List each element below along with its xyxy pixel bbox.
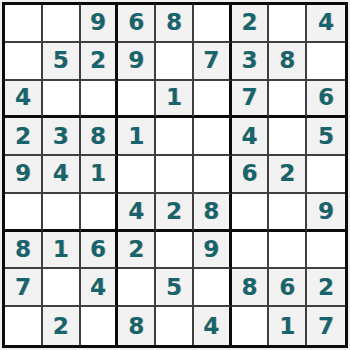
cell-r4c6[interactable] <box>194 118 232 156</box>
cell-r4c1[interactable]: 2 <box>5 118 43 156</box>
given-digit: 4 <box>53 162 69 185</box>
cell-r7c8[interactable] <box>269 232 307 270</box>
cell-r6c9[interactable]: 9 <box>307 194 345 232</box>
cell-r4c3[interactable]: 8 <box>81 118 119 156</box>
cell-r7c6[interactable]: 9 <box>194 232 232 270</box>
cell-r2c6[interactable]: 7 <box>194 43 232 81</box>
given-digit: 4 <box>242 125 258 148</box>
given-digit: 5 <box>53 49 69 72</box>
given-digit: 2 <box>15 125 31 148</box>
cell-r6c3[interactable] <box>81 194 119 232</box>
cell-r1c5[interactable]: 8 <box>156 5 194 43</box>
given-digit: 9 <box>90 11 106 34</box>
cell-r8c9[interactable]: 2 <box>307 269 345 307</box>
cell-r6c6[interactable]: 8 <box>194 194 232 232</box>
sudoku-board: 9682452973841762381459416242898162974586… <box>2 2 348 348</box>
given-digit: 7 <box>203 49 219 72</box>
cell-r3c8[interactable] <box>269 81 307 119</box>
cell-r8c1[interactable]: 7 <box>5 269 43 307</box>
cell-r2c9[interactable] <box>307 43 345 81</box>
cell-r2c5[interactable] <box>156 43 194 81</box>
cell-r3c3[interactable] <box>81 81 119 119</box>
cell-r4c4[interactable]: 1 <box>118 118 156 156</box>
given-digit: 5 <box>166 276 182 299</box>
cell-r7c9[interactable] <box>307 232 345 270</box>
given-digit: 6 <box>279 276 295 299</box>
cell-r3c1[interactable]: 4 <box>5 81 43 119</box>
cell-r5c1[interactable]: 9 <box>5 156 43 194</box>
cell-r9c3[interactable] <box>81 307 119 345</box>
cell-r2c4[interactable]: 9 <box>118 43 156 81</box>
given-digit: 4 <box>15 86 31 109</box>
sudoku-grid: 9682452973841762381459416242898162974586… <box>5 5 345 345</box>
cell-r4c9[interactable]: 5 <box>307 118 345 156</box>
cell-r7c2[interactable]: 1 <box>43 232 81 270</box>
given-digit: 2 <box>128 238 144 261</box>
cell-r2c3[interactable]: 2 <box>81 43 119 81</box>
cell-r7c1[interactable]: 8 <box>5 232 43 270</box>
given-digit: 9 <box>318 200 334 223</box>
cell-r7c4[interactable]: 2 <box>118 232 156 270</box>
cell-r3c9[interactable]: 6 <box>307 81 345 119</box>
given-digit: 4 <box>90 276 106 299</box>
given-digit: 2 <box>279 162 295 185</box>
cell-r2c7[interactable]: 3 <box>232 43 270 81</box>
given-digit: 1 <box>128 125 144 148</box>
given-digit: 8 <box>279 49 295 72</box>
cell-r5c2[interactable]: 4 <box>43 156 81 194</box>
given-digit: 6 <box>242 162 258 185</box>
cell-r6c5[interactable]: 2 <box>156 194 194 232</box>
cell-r9c2[interactable]: 2 <box>43 307 81 345</box>
cell-r7c5[interactable] <box>156 232 194 270</box>
cell-r5c9[interactable] <box>307 156 345 194</box>
cell-r3c4[interactable] <box>118 81 156 119</box>
cell-r9c9[interactable]: 7 <box>307 307 345 345</box>
given-digit: 8 <box>15 238 31 261</box>
cell-r4c2[interactable]: 3 <box>43 118 81 156</box>
cell-r8c2[interactable] <box>43 269 81 307</box>
cell-r1c8[interactable] <box>269 5 307 43</box>
given-digit: 1 <box>90 162 106 185</box>
given-digit: 9 <box>128 49 144 72</box>
cell-r8c5[interactable]: 5 <box>156 269 194 307</box>
given-digit: 4 <box>128 200 144 223</box>
cell-r2c2[interactable]: 5 <box>43 43 81 81</box>
cell-r2c8[interactable]: 8 <box>269 43 307 81</box>
given-digit: 8 <box>128 315 144 338</box>
cell-r5c5[interactable] <box>156 156 194 194</box>
cell-r1c6[interactable] <box>194 5 232 43</box>
cell-r8c6[interactable] <box>194 269 232 307</box>
given-digit: 7 <box>242 86 258 109</box>
cell-r6c4[interactable]: 4 <box>118 194 156 232</box>
cell-r7c3[interactable]: 6 <box>81 232 119 270</box>
cell-r9c6[interactable]: 4 <box>194 307 232 345</box>
cell-r3c2[interactable] <box>43 81 81 119</box>
given-digit: 8 <box>90 125 106 148</box>
cell-r9c7[interactable] <box>232 307 270 345</box>
cell-r8c4[interactable] <box>118 269 156 307</box>
cell-r6c2[interactable] <box>43 194 81 232</box>
given-digit: 2 <box>166 200 182 223</box>
given-digit: 2 <box>242 11 258 34</box>
given-digit: 3 <box>53 125 69 148</box>
cell-r9c4[interactable]: 8 <box>118 307 156 345</box>
cell-r8c7[interactable]: 8 <box>232 269 270 307</box>
cell-r8c3[interactable]: 4 <box>81 269 119 307</box>
given-digit: 7 <box>15 276 31 299</box>
cell-r1c3[interactable]: 9 <box>81 5 119 43</box>
cell-r6c1[interactable] <box>5 194 43 232</box>
given-digit: 3 <box>242 49 258 72</box>
given-digit: 9 <box>203 238 219 261</box>
given-digit: 9 <box>15 162 31 185</box>
given-digit: 1 <box>279 315 295 338</box>
cell-r9c1[interactable] <box>5 307 43 345</box>
cell-r5c7[interactable]: 6 <box>232 156 270 194</box>
cell-r2c1[interactable] <box>5 43 43 81</box>
given-digit: 8 <box>203 200 219 223</box>
given-digit: 8 <box>166 11 182 34</box>
given-digit: 8 <box>242 276 258 299</box>
given-digit: 6 <box>128 11 144 34</box>
given-digit: 1 <box>166 86 182 109</box>
cell-r9c8[interactable]: 1 <box>269 307 307 345</box>
cell-r1c4[interactable]: 6 <box>118 5 156 43</box>
given-digit: 5 <box>318 125 334 148</box>
given-digit: 6 <box>318 86 334 109</box>
cell-r9c5[interactable] <box>156 307 194 345</box>
given-digit: 6 <box>90 238 106 261</box>
cell-r6c7[interactable] <box>232 194 270 232</box>
cell-r4c7[interactable]: 4 <box>232 118 270 156</box>
cell-r1c7[interactable]: 2 <box>232 5 270 43</box>
cell-r3c7[interactable]: 7 <box>232 81 270 119</box>
cell-r3c6[interactable] <box>194 81 232 119</box>
cell-r7c7[interactable] <box>232 232 270 270</box>
cell-r6c8[interactable] <box>269 194 307 232</box>
cell-r5c3[interactable]: 1 <box>81 156 119 194</box>
sudoku-app: 9682452973841762381459416242898162974586… <box>0 0 350 350</box>
given-digit: 7 <box>318 315 334 338</box>
given-digit: 2 <box>90 49 106 72</box>
given-digit: 2 <box>318 276 334 299</box>
given-digit: 4 <box>318 11 334 34</box>
cell-r5c4[interactable] <box>118 156 156 194</box>
cell-r1c2[interactable] <box>43 5 81 43</box>
cell-r5c6[interactable] <box>194 156 232 194</box>
cell-r1c9[interactable]: 4 <box>307 5 345 43</box>
cell-r5c8[interactable]: 2 <box>269 156 307 194</box>
cell-r8c8[interactable]: 6 <box>269 269 307 307</box>
cell-r4c5[interactable] <box>156 118 194 156</box>
cell-r1c1[interactable] <box>5 5 43 43</box>
cell-r4c8[interactable] <box>269 118 307 156</box>
given-digit: 4 <box>203 315 219 338</box>
given-digit: 1 <box>53 238 69 261</box>
cell-r3c5[interactable]: 1 <box>156 81 194 119</box>
given-digit: 2 <box>53 315 69 338</box>
